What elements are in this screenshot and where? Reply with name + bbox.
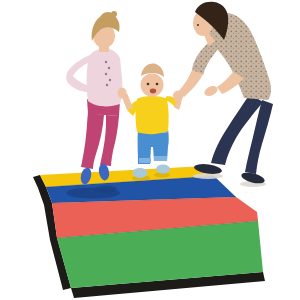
girl-toddler-held-hands — [118, 88, 127, 99]
toddler-open-mouth — [150, 89, 156, 94]
girl-shadow-foot — [95, 186, 117, 193]
print-dot — [108, 67, 110, 69]
toddler-shirt — [136, 96, 169, 134]
print-dot — [106, 84, 108, 86]
scene-illustration — [0, 0, 300, 300]
toddler-eye — [147, 83, 150, 86]
print-dot — [105, 61, 107, 63]
woman-eye — [197, 24, 199, 26]
toddler-eye — [156, 83, 159, 86]
print-dot — [105, 73, 107, 75]
girl-hair-wisp — [111, 11, 117, 17]
toddler-jeans-cuff — [139, 158, 151, 163]
woman-toddler-held-hands — [173, 91, 183, 102]
print-dot — [109, 79, 111, 81]
woman-shoe-shadow — [193, 173, 223, 179]
toddler-right-shoe — [156, 165, 170, 174]
toddler-left-shoe — [133, 168, 148, 178]
product-photo — [0, 0, 300, 300]
toddler-jeans-cuff — [154, 156, 167, 161]
